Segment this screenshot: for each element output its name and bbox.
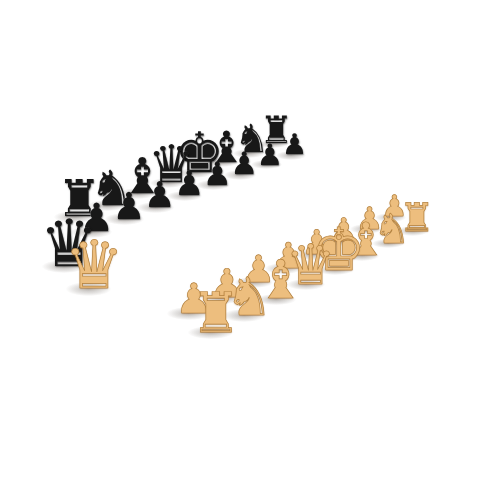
square-g5[interactable] xyxy=(285,178,330,201)
file-label-near-b: b xyxy=(262,326,272,332)
white-extra-queen[interactable]: ♛ xyxy=(61,232,128,299)
rank-label-right-6: 6 xyxy=(328,158,335,162)
square-c5[interactable] xyxy=(172,222,222,249)
square-b5[interactable] xyxy=(140,235,191,264)
chess-set-photo: aabbccddeeffgghh8877665544332211 ♜♞♝♛♚♝♞… xyxy=(0,0,480,480)
file-label-near-g: g xyxy=(405,252,413,257)
square-f5[interactable] xyxy=(259,188,305,212)
file-label-near-c: c xyxy=(294,310,303,316)
rank-label-right-4: 4 xyxy=(367,181,374,185)
rank-label-left-2: 2 xyxy=(162,323,171,329)
rank-label-left-3: 3 xyxy=(141,305,150,311)
square-h5[interactable] xyxy=(310,168,354,190)
rank-label-right-7: 7 xyxy=(309,146,316,150)
square-d5[interactable] xyxy=(202,210,250,236)
file-label-near-f: f xyxy=(380,266,387,270)
square-a4[interactable] xyxy=(126,263,180,294)
white-rook-a1[interactable]: ♜ xyxy=(188,285,244,341)
rank-label-right-5: 5 xyxy=(347,169,354,173)
file-label-near-h: h xyxy=(430,240,438,245)
square-e5[interactable] xyxy=(231,199,278,224)
